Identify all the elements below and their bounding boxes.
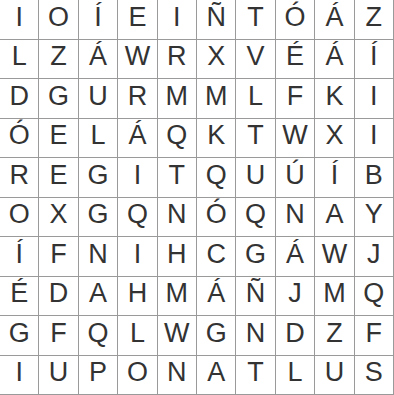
grid-cell[interactable]: Q (79, 316, 118, 356)
cell-letter: Q (206, 162, 227, 189)
grid-cell[interactable]: Ú (276, 158, 315, 198)
cell-letter: X (325, 122, 343, 149)
cell-letter: A (207, 359, 225, 386)
grid-cell[interactable]: N (158, 198, 197, 238)
grid-cell[interactable]: L (236, 79, 275, 119)
grid-cell[interactable]: O (39, 0, 78, 40)
grid-cell[interactable]: E (39, 158, 78, 198)
grid-cell[interactable]: Ñ (197, 0, 236, 40)
grid-cell[interactable]: É (276, 40, 315, 80)
grid-cell[interactable]: H (158, 237, 197, 277)
cell-letter: O (48, 4, 69, 31)
cell-letter: W (125, 43, 150, 70)
cell-letter: F (50, 320, 67, 347)
grid-cell[interactable]: I (355, 79, 394, 119)
cell-letter: G (245, 241, 266, 268)
cell-letter: Z (50, 43, 67, 70)
cell-letter: L (90, 122, 105, 149)
grid-cell[interactable]: F (39, 316, 78, 356)
cell-letter: Í (15, 241, 23, 268)
grid-cell[interactable]: Q (236, 198, 275, 238)
grid-cell[interactable]: J (355, 237, 394, 277)
grid-cell[interactable]: H (118, 277, 157, 317)
cell-letter: Ñ (246, 280, 266, 307)
cell-letter: Q (363, 280, 384, 307)
cell-letter: Á (286, 241, 304, 268)
cell-letter: I (15, 4, 23, 31)
grid-cell[interactable]: N (158, 356, 197, 395)
cell-letter: I (370, 122, 378, 149)
grid-cell[interactable]: M (315, 277, 354, 317)
cell-letter: U (325, 359, 345, 386)
grid-cell[interactable]: I (158, 0, 197, 40)
grid-cell[interactable]: B (355, 158, 394, 198)
cell-letter: Q (87, 320, 108, 347)
cell-letter: N (167, 201, 187, 228)
cell-letter: W (164, 320, 189, 347)
cell-letter: O (127, 359, 148, 386)
grid-cell[interactable]: N (236, 316, 275, 356)
cell-letter: D (49, 280, 69, 307)
grid-cell[interactable]: T (236, 356, 275, 395)
grid-cell[interactable]: C (197, 237, 236, 277)
cell-letter: W (282, 122, 307, 149)
grid-cell[interactable]: W (315, 237, 354, 277)
grid-cell[interactable]: I (118, 158, 157, 198)
cell-letter: Y (365, 201, 383, 228)
cell-letter: Q (127, 201, 148, 228)
cell-letter: I (15, 359, 23, 386)
cell-letter: R (167, 43, 187, 70)
grid-cell[interactable]: Z (315, 316, 354, 356)
cell-letter: O (9, 201, 30, 228)
cell-letter: X (50, 201, 68, 228)
cell-letter: V (247, 43, 265, 70)
cell-letter: Á (128, 122, 146, 149)
grid-cell[interactable]: S (355, 356, 394, 395)
grid-cell[interactable]: I (118, 237, 157, 277)
cell-letter: W (322, 241, 347, 268)
grid-cell[interactable]: L (118, 316, 157, 356)
grid-cell[interactable]: Q (197, 158, 236, 198)
grid-cell[interactable]: Ó (197, 198, 236, 238)
grid-cell[interactable]: T (236, 0, 275, 40)
cell-letter: B (365, 162, 383, 189)
grid-cell[interactable]: Í (79, 0, 118, 40)
grid-cell[interactable]: Z (39, 40, 78, 80)
grid-cell[interactable]: Á (315, 0, 354, 40)
cell-letter: E (50, 162, 68, 189)
grid-cell[interactable]: Í (0, 237, 39, 277)
grid-cell[interactable]: W (276, 119, 315, 159)
grid-cell[interactable]: M (158, 277, 197, 317)
cell-letter: J (288, 280, 302, 307)
grid-cell[interactable]: N (276, 198, 315, 238)
grid-cell[interactable]: R (158, 40, 197, 80)
grid-cell[interactable]: Í (315, 158, 354, 198)
grid-cell[interactable]: U (236, 158, 275, 198)
cell-letter: Z (366, 4, 383, 31)
grid-cell[interactable]: F (276, 79, 315, 119)
grid-cell[interactable]: T (158, 158, 197, 198)
grid-cell[interactable]: X (315, 119, 354, 159)
grid-cell[interactable]: W (118, 40, 157, 80)
cell-letter: E (50, 122, 68, 149)
cell-letter: Á (89, 43, 107, 70)
grid-cell[interactable]: A (79, 277, 118, 317)
grid-cell[interactable]: O (118, 356, 157, 395)
cell-letter: É (286, 43, 304, 70)
cell-letter: Ó (9, 122, 30, 149)
grid-cell[interactable]: Ó (276, 0, 315, 40)
cell-letter: Ñ (206, 4, 226, 31)
cell-letter: A (89, 280, 107, 307)
cell-letter: R (128, 83, 148, 110)
grid-cell[interactable]: G (0, 316, 39, 356)
grid-cell[interactable]: F (355, 316, 394, 356)
cell-letter: K (325, 83, 343, 110)
grid-cell[interactable]: F (39, 237, 78, 277)
cell-letter: L (248, 83, 263, 110)
grid-cell[interactable]: U (315, 356, 354, 395)
grid-cell[interactable]: J (276, 277, 315, 317)
grid-cell[interactable]: E (118, 0, 157, 40)
grid-cell[interactable]: G (197, 316, 236, 356)
grid-cell[interactable]: Ó (0, 119, 39, 159)
cell-letter: N (88, 241, 108, 268)
cell-letter: A (325, 201, 343, 228)
cell-letter: Ó (284, 4, 305, 31)
cell-letter: T (247, 359, 264, 386)
grid-cell[interactable]: E (39, 119, 78, 159)
cell-letter: E (128, 4, 146, 31)
grid-cell[interactable]: I (355, 119, 394, 159)
cell-letter: N (167, 359, 187, 386)
cell-letter: Q (245, 201, 266, 228)
cell-letter: É (10, 280, 28, 307)
cell-letter: N (246, 320, 266, 347)
grid-cell[interactable]: G (79, 198, 118, 238)
cell-letter: L (12, 43, 27, 70)
grid-cell[interactable]: X (39, 198, 78, 238)
cell-letter: P (89, 359, 107, 386)
grid-cell[interactable]: L (276, 356, 315, 395)
cell-letter: H (167, 241, 187, 268)
grid-cell[interactable]: M (197, 79, 236, 119)
grid-cell[interactable]: A (315, 198, 354, 238)
cell-letter: F (50, 241, 67, 268)
grid-cell[interactable]: I (0, 356, 39, 395)
cell-letter: I (173, 4, 181, 31)
grid-cell[interactable]: Q (118, 198, 157, 238)
cell-letter: U (246, 162, 266, 189)
cell-letter: J (367, 241, 381, 268)
cell-letter: H (128, 280, 148, 307)
cell-letter: G (87, 201, 108, 228)
cell-letter: S (365, 359, 383, 386)
grid-cell[interactable]: O (0, 198, 39, 238)
cell-letter: T (247, 122, 264, 149)
grid-cell[interactable]: G (236, 237, 275, 277)
cell-letter: Á (325, 43, 343, 70)
cell-letter: M (323, 280, 346, 307)
grid-cell[interactable]: G (79, 158, 118, 198)
cell-letter: U (49, 359, 69, 386)
grid-cell[interactable]: Á (79, 40, 118, 80)
grid-cell[interactable]: É (0, 277, 39, 317)
cell-letter: G (206, 320, 227, 347)
grid-cell[interactable]: Q (158, 119, 197, 159)
cell-letter: T (247, 4, 264, 31)
cell-letter: M (166, 83, 189, 110)
grid-cell[interactable]: P (79, 356, 118, 395)
grid-cell[interactable]: U (39, 356, 78, 395)
cell-letter: F (287, 83, 304, 110)
grid-cell[interactable]: N (79, 237, 118, 277)
cell-letter: D (9, 83, 29, 110)
cell-letter: L (287, 359, 302, 386)
cell-letter: F (366, 320, 383, 347)
grid-cell[interactable]: V (236, 40, 275, 80)
grid-cell[interactable]: Y (355, 198, 394, 238)
cell-letter: C (206, 241, 226, 268)
grid-cell[interactable]: Á (118, 119, 157, 159)
cell-letter: I (370, 83, 378, 110)
cell-letter: N (285, 201, 305, 228)
grid-cell[interactable]: U (79, 79, 118, 119)
grid-cell[interactable]: D (0, 79, 39, 119)
cell-letter: I (134, 241, 142, 268)
word-search-grid: IOÍEIÑTÓÁZLZÁWRXVÉÁÍDGURMMLFKIÓELÁQKTWXI… (0, 0, 394, 395)
cell-letter: X (207, 43, 225, 70)
grid-cell[interactable]: Á (276, 237, 315, 277)
cell-letter: Í (370, 43, 378, 70)
grid-cell[interactable]: Ñ (236, 277, 275, 317)
grid-cell[interactable]: X (197, 40, 236, 80)
cell-letter: Í (94, 4, 102, 31)
cell-letter: R (9, 162, 29, 189)
cell-letter: Ú (285, 162, 305, 189)
cell-letter: M (166, 280, 189, 307)
grid-cell[interactable]: W (158, 316, 197, 356)
grid-cell[interactable]: Á (197, 277, 236, 317)
grid-cell[interactable]: G (39, 79, 78, 119)
cell-letter: D (285, 320, 305, 347)
grid-cell[interactable]: I (0, 0, 39, 40)
cell-letter: G (87, 162, 108, 189)
cell-letter: Q (166, 122, 187, 149)
cell-letter: Z (326, 320, 343, 347)
grid-cell[interactable]: Á (315, 40, 354, 80)
grid-cell[interactable]: Q (355, 277, 394, 317)
cell-letter: Á (207, 280, 225, 307)
cell-letter: G (48, 83, 69, 110)
cell-letter: Ó (206, 201, 227, 228)
grid-cell[interactable]: K (315, 79, 354, 119)
cell-letter: U (88, 83, 108, 110)
cell-letter: M (205, 83, 228, 110)
grid-cell[interactable]: D (276, 316, 315, 356)
grid-cell[interactable]: Í (355, 40, 394, 80)
grid-cell[interactable]: K (197, 119, 236, 159)
grid-cell[interactable]: R (118, 79, 157, 119)
cell-letter: T (169, 162, 186, 189)
grid-cell[interactable]: Z (355, 0, 394, 40)
cell-letter: Á (325, 4, 343, 31)
cell-letter: I (134, 162, 142, 189)
cell-letter: G (9, 320, 30, 347)
grid-cell[interactable]: M (158, 79, 197, 119)
grid-cell[interactable]: L (79, 119, 118, 159)
grid-cell[interactable]: A (197, 356, 236, 395)
grid-cell[interactable]: D (39, 277, 78, 317)
cell-letter: L (130, 320, 145, 347)
cell-letter: Í (331, 162, 339, 189)
cell-letter: K (207, 122, 225, 149)
grid-cell[interactable]: T (236, 119, 275, 159)
grid-cell[interactable]: L (0, 40, 39, 80)
grid-cell[interactable]: R (0, 158, 39, 198)
